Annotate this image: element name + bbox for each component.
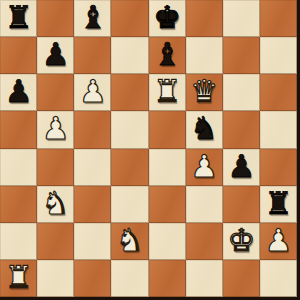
white-knight-d2: ♞	[116, 225, 144, 256]
white-king-g2: ♚	[227, 225, 255, 256]
white-queen-f6: ♛	[190, 76, 218, 107]
black-king-e8: ♚	[153, 2, 181, 33]
square-h3[interactable]: ♜	[260, 186, 297, 223]
square-a1[interactable]: ♜	[0, 260, 37, 297]
square-a2[interactable]	[0, 223, 37, 260]
white-rook-a1: ♜	[5, 262, 33, 293]
square-a4[interactable]	[0, 149, 37, 186]
square-c2[interactable]	[74, 223, 111, 260]
square-b5[interactable]: ♟	[37, 111, 74, 148]
white-rook-e6: ♜	[153, 76, 181, 107]
square-h8[interactable]	[260, 0, 297, 37]
square-a8[interactable]: ♜	[0, 0, 37, 37]
square-a7[interactable]	[0, 37, 37, 74]
square-a5[interactable]	[0, 111, 37, 148]
square-d4[interactable]	[111, 149, 148, 186]
chess-board: ♜♝♚♟♝♟♟♜♛♟♞♟♟♞♜♞♚♟♜	[0, 0, 300, 300]
square-g5[interactable]	[223, 111, 260, 148]
black-rook-h3: ♜	[265, 188, 293, 219]
black-knight-f5: ♞	[190, 113, 218, 144]
square-g7[interactable]	[223, 37, 260, 74]
square-h5[interactable]	[260, 111, 297, 148]
square-b1[interactable]	[37, 260, 74, 297]
square-a3[interactable]	[0, 186, 37, 223]
square-d7[interactable]	[111, 37, 148, 74]
white-pawn-b5: ♟	[42, 113, 70, 144]
square-f3[interactable]	[186, 186, 223, 223]
square-f5[interactable]: ♞	[186, 111, 223, 148]
square-d5[interactable]	[111, 111, 148, 148]
square-b8[interactable]	[37, 0, 74, 37]
square-b4[interactable]	[37, 149, 74, 186]
black-pawn-b7: ♟	[42, 39, 70, 70]
square-h4[interactable]	[260, 149, 297, 186]
black-rook-a8: ♜	[5, 2, 33, 33]
black-pawn-a6: ♟	[5, 76, 33, 107]
square-e7[interactable]: ♝	[149, 37, 186, 74]
square-d8[interactable]	[111, 0, 148, 37]
square-f1[interactable]	[186, 260, 223, 297]
square-d2[interactable]: ♞	[111, 223, 148, 260]
square-d6[interactable]	[111, 74, 148, 111]
square-b2[interactable]	[37, 223, 74, 260]
square-b7[interactable]: ♟	[37, 37, 74, 74]
square-g6[interactable]	[223, 74, 260, 111]
square-e6[interactable]: ♜	[149, 74, 186, 111]
square-e3[interactable]	[149, 186, 186, 223]
square-g8[interactable]	[223, 0, 260, 37]
square-d1[interactable]	[111, 260, 148, 297]
black-pawn-g4: ♟	[227, 151, 255, 182]
square-c8[interactable]: ♝	[74, 0, 111, 37]
square-f8[interactable]	[186, 0, 223, 37]
square-f2[interactable]	[186, 223, 223, 260]
square-a6[interactable]: ♟	[0, 74, 37, 111]
white-pawn-f4: ♟	[190, 151, 218, 182]
square-g1[interactable]	[223, 260, 260, 297]
square-b6[interactable]	[37, 74, 74, 111]
square-f7[interactable]	[186, 37, 223, 74]
white-pawn-h2: ♟	[265, 225, 293, 256]
square-e5[interactable]	[149, 111, 186, 148]
square-g2[interactable]: ♚	[223, 223, 260, 260]
square-f4[interactable]: ♟	[186, 149, 223, 186]
black-bishop-c8: ♝	[79, 2, 107, 33]
square-c3[interactable]	[74, 186, 111, 223]
square-g3[interactable]	[223, 186, 260, 223]
square-c5[interactable]	[74, 111, 111, 148]
black-bishop-e7: ♝	[153, 39, 181, 70]
square-e8[interactable]: ♚	[149, 0, 186, 37]
square-b3[interactable]: ♞	[37, 186, 74, 223]
white-knight-b3: ♞	[42, 188, 70, 219]
square-h2[interactable]: ♟	[260, 223, 297, 260]
square-c7[interactable]	[74, 37, 111, 74]
square-c4[interactable]	[74, 149, 111, 186]
square-d3[interactable]	[111, 186, 148, 223]
square-h1[interactable]	[260, 260, 297, 297]
white-pawn-c6: ♟	[79, 76, 107, 107]
square-h6[interactable]	[260, 74, 297, 111]
square-e1[interactable]	[149, 260, 186, 297]
square-e4[interactable]	[149, 149, 186, 186]
square-c6[interactable]: ♟	[74, 74, 111, 111]
square-e2[interactable]	[149, 223, 186, 260]
square-c1[interactable]	[74, 260, 111, 297]
square-g4[interactable]: ♟	[223, 149, 260, 186]
square-f6[interactable]: ♛	[186, 74, 223, 111]
square-h7[interactable]	[260, 37, 297, 74]
